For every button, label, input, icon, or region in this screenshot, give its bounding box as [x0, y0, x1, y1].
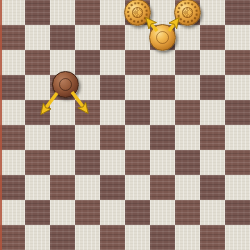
- square-r7c9[interactable]: [225, 175, 250, 200]
- square-r1c9[interactable]: [225, 25, 250, 50]
- square-r3c1[interactable]: [25, 75, 50, 100]
- square-r9c8[interactable]: [200, 225, 225, 250]
- square-r2c3[interactable]: [75, 50, 100, 75]
- square-r8c9[interactable]: [225, 200, 250, 225]
- draughts-board: [0, 0, 250, 250]
- square-r2c7[interactable]: [175, 50, 200, 75]
- square-r8c2[interactable]: [50, 200, 75, 225]
- square-r4c5[interactable]: [125, 100, 150, 125]
- square-r4c9[interactable]: [225, 100, 250, 125]
- square-r9c0[interactable]: [0, 225, 25, 250]
- square-r4c6[interactable]: [150, 100, 175, 125]
- square-r0c1[interactable]: [25, 0, 50, 25]
- square-r4c8[interactable]: [200, 100, 225, 125]
- board-grid: [0, 0, 250, 250]
- square-r2c6[interactable]: [150, 50, 175, 75]
- square-r7c1[interactable]: [25, 175, 50, 200]
- square-r0c9[interactable]: [225, 0, 250, 25]
- square-r3c5[interactable]: [125, 75, 150, 100]
- square-r4c7[interactable]: [175, 100, 200, 125]
- square-r8c6[interactable]: [150, 200, 175, 225]
- square-r7c4[interactable]: [100, 175, 125, 200]
- square-r6c0[interactable]: [0, 150, 25, 175]
- square-r9c2[interactable]: [50, 225, 75, 250]
- square-r3c8[interactable]: [200, 75, 225, 100]
- square-r2c8[interactable]: [200, 50, 225, 75]
- square-r5c2[interactable]: [50, 125, 75, 150]
- square-r1c8[interactable]: [200, 25, 225, 50]
- square-r2c9[interactable]: [225, 50, 250, 75]
- square-r0c0[interactable]: [0, 0, 25, 25]
- square-r9c4[interactable]: [100, 225, 125, 250]
- square-r1c4[interactable]: [100, 25, 125, 50]
- square-r6c5[interactable]: [125, 150, 150, 175]
- square-r3c0[interactable]: [0, 75, 25, 100]
- square-r8c8[interactable]: [200, 200, 225, 225]
- square-r1c7[interactable]: [175, 25, 200, 50]
- square-r6c9[interactable]: [225, 150, 250, 175]
- square-r2c5[interactable]: [125, 50, 150, 75]
- square-r4c3[interactable]: [75, 100, 100, 125]
- square-r2c4[interactable]: [100, 50, 125, 75]
- square-r9c1[interactable]: [25, 225, 50, 250]
- square-r5c6[interactable]: [150, 125, 175, 150]
- square-r4c4[interactable]: [100, 100, 125, 125]
- square-r1c5[interactable]: [125, 25, 150, 50]
- square-r7c2[interactable]: [50, 175, 75, 200]
- square-r4c0[interactable]: [0, 100, 25, 125]
- square-r3c6[interactable]: [150, 75, 175, 100]
- square-r6c3[interactable]: [75, 150, 100, 175]
- square-r5c1[interactable]: [25, 125, 50, 150]
- square-r0c3[interactable]: [75, 0, 100, 25]
- square-r6c8[interactable]: [200, 150, 225, 175]
- square-r8c0[interactable]: [0, 200, 25, 225]
- square-r9c7[interactable]: [175, 225, 200, 250]
- piece-white-man[interactable]: [149, 24, 176, 51]
- square-r5c3[interactable]: [75, 125, 100, 150]
- square-r0c2[interactable]: [50, 0, 75, 25]
- square-r7c3[interactable]: [75, 175, 100, 200]
- square-r1c0[interactable]: [0, 25, 25, 50]
- square-r9c5[interactable]: [125, 225, 150, 250]
- piece-white-king-left[interactable]: [124, 0, 151, 26]
- square-r5c0[interactable]: [0, 125, 25, 150]
- square-r8c3[interactable]: [75, 200, 100, 225]
- square-r3c9[interactable]: [225, 75, 250, 100]
- square-r1c1[interactable]: [25, 25, 50, 50]
- square-r8c4[interactable]: [100, 200, 125, 225]
- square-r2c0[interactable]: [0, 50, 25, 75]
- square-r8c1[interactable]: [25, 200, 50, 225]
- square-r5c8[interactable]: [200, 125, 225, 150]
- square-r3c4[interactable]: [100, 75, 125, 100]
- square-r6c2[interactable]: [50, 150, 75, 175]
- square-r5c9[interactable]: [225, 125, 250, 150]
- square-r7c8[interactable]: [200, 175, 225, 200]
- square-r1c2[interactable]: [50, 25, 75, 50]
- square-r5c7[interactable]: [175, 125, 200, 150]
- square-r6c7[interactable]: [175, 150, 200, 175]
- square-r4c2[interactable]: [50, 100, 75, 125]
- square-r9c9[interactable]: [225, 225, 250, 250]
- square-r6c1[interactable]: [25, 150, 50, 175]
- piece-black-man[interactable]: [52, 71, 79, 98]
- square-r6c4[interactable]: [100, 150, 125, 175]
- square-r7c5[interactable]: [125, 175, 150, 200]
- square-r5c5[interactable]: [125, 125, 150, 150]
- square-r0c8[interactable]: [200, 0, 225, 25]
- square-r7c0[interactable]: [0, 175, 25, 200]
- square-r8c7[interactable]: [175, 200, 200, 225]
- square-r7c6[interactable]: [150, 175, 175, 200]
- square-r5c4[interactable]: [100, 125, 125, 150]
- square-r2c1[interactable]: [25, 50, 50, 75]
- square-r3c3[interactable]: [75, 75, 100, 100]
- square-r4c1[interactable]: [25, 100, 50, 125]
- square-r1c3[interactable]: [75, 25, 100, 50]
- square-r7c7[interactable]: [175, 175, 200, 200]
- piece-white-king-right[interactable]: [174, 0, 201, 26]
- square-r9c6[interactable]: [150, 225, 175, 250]
- square-r3c7[interactable]: [175, 75, 200, 100]
- square-r0c6[interactable]: [150, 0, 175, 25]
- square-r8c5[interactable]: [125, 200, 150, 225]
- square-r6c6[interactable]: [150, 150, 175, 175]
- square-r9c3[interactable]: [75, 225, 100, 250]
- board-left-edge: [0, 0, 2, 250]
- square-r0c4[interactable]: [100, 0, 125, 25]
